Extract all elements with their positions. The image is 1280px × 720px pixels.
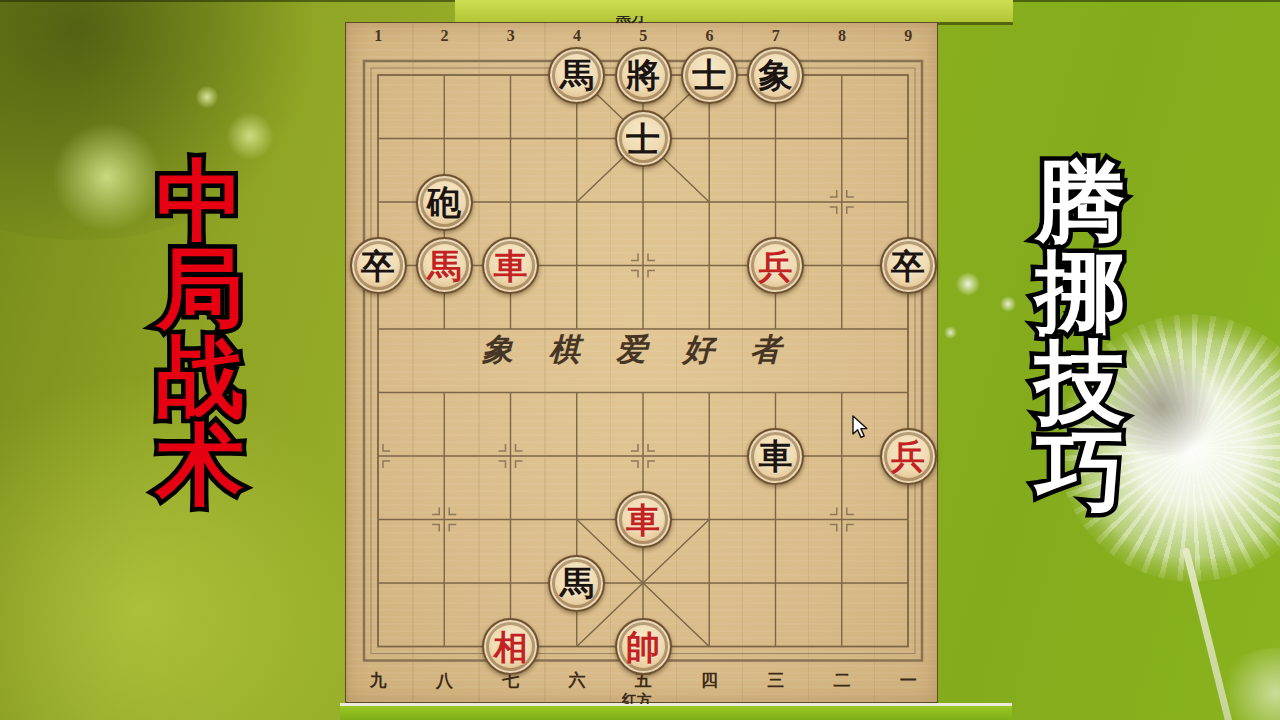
piece-black-卒[interactable]: 卒 xyxy=(880,237,937,294)
piece-black-車[interactable]: 車 xyxy=(747,428,804,485)
dandelion-seed xyxy=(944,326,957,339)
title-char: 挪 xyxy=(980,238,1180,328)
red-side-label: 红方 xyxy=(622,691,666,704)
piece-red-車[interactable]: 車 xyxy=(482,237,539,294)
piece-red-兵[interactable]: 兵 xyxy=(880,428,937,485)
piece-red-帥[interactable]: 帥 xyxy=(615,618,672,675)
piece-red-馬[interactable]: 馬 xyxy=(416,237,473,294)
title-char: 技 xyxy=(980,328,1180,418)
piece-red-車[interactable]: 車 xyxy=(615,491,672,548)
piece-black-士[interactable]: 士 xyxy=(615,110,672,167)
piece-red-兵[interactable]: 兵 xyxy=(747,237,804,294)
dandelion-seed xyxy=(956,272,980,296)
black-side-label: 黑方 xyxy=(616,16,660,28)
piece-black-將[interactable]: 將 xyxy=(615,47,672,104)
bottom-strip xyxy=(340,706,1012,720)
title-char: 局 xyxy=(100,238,300,326)
piece-grid[interactable]: 馬將士象士砲卒馬車兵卒車兵車馬相帥 xyxy=(345,43,941,678)
title-char: 中 xyxy=(100,150,300,238)
piece-red-相[interactable]: 相 xyxy=(482,618,539,675)
stage: 123456789 九八七六五四三二一 象棋爱好者 馬將士象士砲卒馬車兵卒車兵車… xyxy=(0,0,1280,720)
piece-black-士[interactable]: 士 xyxy=(681,47,738,104)
piece-black-象[interactable]: 象 xyxy=(747,47,804,104)
piece-black-馬[interactable]: 馬 xyxy=(548,47,605,104)
title-char: 术 xyxy=(100,414,300,502)
title-left: 中局战术 xyxy=(100,150,300,502)
xiangqi-board[interactable]: 123456789 九八七六五四三二一 象棋爱好者 馬將士象士砲卒馬車兵卒車兵車… xyxy=(345,22,938,703)
title-char: 巧 xyxy=(980,418,1180,508)
title-char: 战 xyxy=(100,326,300,414)
bokeh-dot xyxy=(196,86,218,108)
piece-black-卒[interactable]: 卒 xyxy=(350,237,407,294)
title-right: 腾挪技巧 xyxy=(980,148,1180,508)
mouse-cursor-icon xyxy=(852,415,870,439)
piece-black-砲[interactable]: 砲 xyxy=(416,174,473,231)
piece-black-馬[interactable]: 馬 xyxy=(548,555,605,612)
title-char: 腾 xyxy=(980,148,1180,238)
